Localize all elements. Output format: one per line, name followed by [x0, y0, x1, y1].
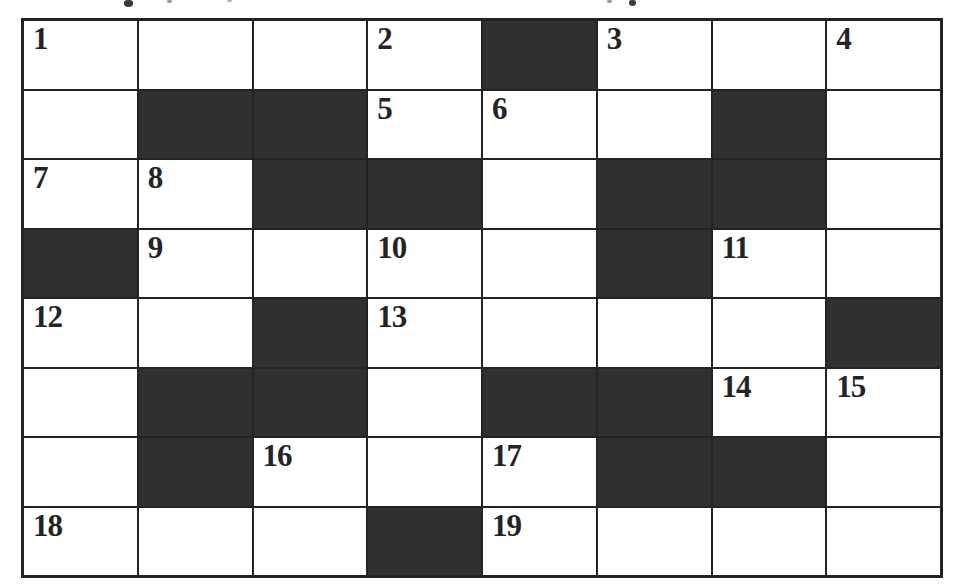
- clue-number-15: 15: [836, 371, 865, 404]
- cell-r8c6[interactable]: [598, 508, 711, 576]
- block-r6c3: [254, 369, 367, 437]
- cell-r5c7[interactable]: [713, 299, 826, 367]
- page: 12345678910111213141516171819: [0, 0, 955, 586]
- cell-r1c2[interactable]: [139, 21, 252, 89]
- cell-r7c4[interactable]: [368, 438, 481, 506]
- cell-r5c2[interactable]: [139, 299, 252, 367]
- block-r7c2: [139, 438, 252, 506]
- clue-number-6: 6: [492, 93, 507, 126]
- clue-number-2: 2: [377, 23, 392, 56]
- clue-number-13: 13: [377, 301, 406, 334]
- cell-r6c7[interactable]: 14: [713, 369, 826, 437]
- cropped-text-fragments: [0, 0, 955, 14]
- clue-number-16: 16: [263, 440, 292, 473]
- block-r2c3: [254, 91, 367, 159]
- cropped-glyph-fragment: [167, 0, 172, 3]
- cell-r1c3[interactable]: [254, 21, 367, 89]
- cell-r2c5[interactable]: 6: [483, 91, 596, 159]
- clue-number-14: 14: [722, 371, 751, 404]
- clue-number-4: 4: [836, 23, 851, 56]
- cell-r8c8[interactable]: [827, 508, 940, 576]
- cell-r4c8[interactable]: [827, 230, 940, 298]
- block-r3c4: [368, 160, 481, 228]
- cell-r1c6[interactable]: 3: [598, 21, 711, 89]
- cell-r7c1[interactable]: [24, 438, 137, 506]
- cell-r7c5[interactable]: 17: [483, 438, 596, 506]
- cell-r4c4[interactable]: 10: [368, 230, 481, 298]
- block-r5c3: [254, 299, 367, 367]
- clue-number-17: 17: [492, 440, 521, 473]
- cell-r2c6[interactable]: [598, 91, 711, 159]
- cell-r5c4[interactable]: 13: [368, 299, 481, 367]
- cropped-glyph-fragment: [124, 0, 133, 7]
- cell-r3c2[interactable]: 8: [139, 160, 252, 228]
- block-r2c2: [139, 91, 252, 159]
- clue-number-7: 7: [33, 162, 48, 195]
- cell-r4c2[interactable]: 9: [139, 230, 252, 298]
- block-r6c6: [598, 369, 711, 437]
- block-r3c3: [254, 160, 367, 228]
- block-r7c7: [713, 438, 826, 506]
- cropped-glyph-fragment: [629, 0, 636, 6]
- cell-r1c8[interactable]: 4: [827, 21, 940, 89]
- cell-r7c8[interactable]: [827, 438, 940, 506]
- cell-r3c8[interactable]: [827, 160, 940, 228]
- clue-number-19: 19: [492, 510, 521, 543]
- clue-number-9: 9: [148, 232, 163, 265]
- cell-r6c4[interactable]: [368, 369, 481, 437]
- clue-number-10: 10: [377, 232, 406, 265]
- cell-r4c7[interactable]: 11: [713, 230, 826, 298]
- block-r3c7: [713, 160, 826, 228]
- clue-number-18: 18: [33, 510, 62, 543]
- clue-number-3: 3: [607, 23, 622, 56]
- cell-r1c1[interactable]: 1: [24, 21, 137, 89]
- block-r6c5: [483, 369, 596, 437]
- cell-r5c1[interactable]: 12: [24, 299, 137, 367]
- cell-r8c2[interactable]: [139, 508, 252, 576]
- cropped-glyph-fragment: [227, 0, 232, 2]
- block-r3c6: [598, 160, 711, 228]
- cell-r4c5[interactable]: [483, 230, 596, 298]
- cell-r2c8[interactable]: [827, 91, 940, 159]
- clue-number-1: 1: [33, 23, 48, 56]
- clue-number-8: 8: [148, 162, 163, 195]
- clue-number-5: 5: [377, 93, 392, 126]
- block-r4c1: [24, 230, 137, 298]
- block-r7c6: [598, 438, 711, 506]
- block-r8c4: [368, 508, 481, 576]
- cropped-glyph-fragment: [607, 0, 612, 3]
- cell-r3c1[interactable]: 7: [24, 160, 137, 228]
- block-r1c5: [483, 21, 596, 89]
- block-r4c6: [598, 230, 711, 298]
- cell-r1c7[interactable]: [713, 21, 826, 89]
- cell-r6c8[interactable]: 15: [827, 369, 940, 437]
- cell-r4c3[interactable]: [254, 230, 367, 298]
- cell-r8c5[interactable]: 19: [483, 508, 596, 576]
- cell-r8c1[interactable]: 18: [24, 508, 137, 576]
- cell-r2c4[interactable]: 5: [368, 91, 481, 159]
- block-r2c7: [713, 91, 826, 159]
- cell-r1c4[interactable]: 2: [368, 21, 481, 89]
- block-r6c2: [139, 369, 252, 437]
- cell-r5c6[interactable]: [598, 299, 711, 367]
- clue-number-12: 12: [33, 301, 62, 334]
- cell-r3c5[interactable]: [483, 160, 596, 228]
- cell-r8c7[interactable]: [713, 508, 826, 576]
- cell-r7c3[interactable]: 16: [254, 438, 367, 506]
- cell-r6c1[interactable]: [24, 369, 137, 437]
- cell-r5c5[interactable]: [483, 299, 596, 367]
- cell-r2c1[interactable]: [24, 91, 137, 159]
- block-r5c8: [827, 299, 940, 367]
- cell-r8c3[interactable]: [254, 508, 367, 576]
- crossword-grid: 12345678910111213141516171819: [21, 18, 943, 578]
- clue-number-11: 11: [722, 232, 749, 265]
